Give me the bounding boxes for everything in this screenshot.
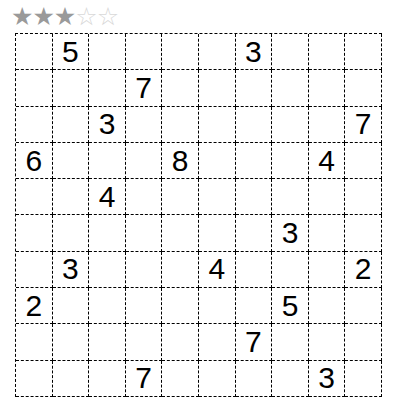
cell-r4c3[interactable] [89,143,126,179]
cell-r9c5[interactable] [162,324,199,360]
cell-r2c8[interactable] [272,70,309,106]
cell-r8c2[interactable] [53,288,90,324]
difficulty-rating: ★★★☆☆ [11,3,118,30]
cell-r3c5[interactable] [162,107,199,143]
cell-r7c9[interactable] [309,252,346,288]
cell-r3c4[interactable] [126,107,163,143]
cell-r5c3-clue: 4 [89,179,126,215]
cell-r7c3[interactable] [89,252,126,288]
cell-r1c6[interactable] [199,34,236,70]
cell-r2c10[interactable] [345,70,382,106]
cell-r5c1[interactable] [16,179,53,215]
cell-r4c7[interactable] [236,143,273,179]
cell-r8c5[interactable] [162,288,199,324]
cell-r10c9-clue: 3 [309,361,346,397]
cell-r8c8-clue: 5 [272,288,309,324]
cell-r8c7[interactable] [236,288,273,324]
cell-r5c8[interactable] [272,179,309,215]
cell-r6c3[interactable] [89,215,126,251]
cell-r8c3[interactable] [89,288,126,324]
cell-r9c4[interactable] [126,324,163,360]
cell-r2c3[interactable] [89,70,126,106]
cell-r10c4-clue: 7 [126,361,163,397]
cell-r10c8[interactable] [272,361,309,397]
cell-r9c10[interactable] [345,324,382,360]
cell-r4c9-clue: 4 [309,143,346,179]
cell-r1c3[interactable] [89,34,126,70]
cell-r5c7[interactable] [236,179,273,215]
star-filled-icon: ★ [54,2,75,30]
cell-r5c2[interactable] [53,179,90,215]
cell-r9c7-clue: 7 [236,324,273,360]
cell-r5c4[interactable] [126,179,163,215]
cell-r7c8[interactable] [272,252,309,288]
cell-r4c8[interactable] [272,143,309,179]
cell-r3c7[interactable] [236,107,273,143]
cell-r8c9[interactable] [309,288,346,324]
cell-r2c9[interactable] [309,70,346,106]
cell-r3c2[interactable] [53,107,90,143]
star-filled-icon: ★ [11,2,32,30]
cell-r7c5[interactable] [162,252,199,288]
cell-r4c6[interactable] [199,143,236,179]
cell-r9c6[interactable] [199,324,236,360]
cell-r6c6[interactable] [199,215,236,251]
cell-r3c1[interactable] [16,107,53,143]
cell-r6c4[interactable] [126,215,163,251]
cell-r1c4[interactable] [126,34,163,70]
cell-r9c8[interactable] [272,324,309,360]
cell-r1c2-clue: 5 [53,34,90,70]
cell-r3c8[interactable] [272,107,309,143]
cell-r1c10[interactable] [345,34,382,70]
cell-r6c10[interactable] [345,215,382,251]
cell-r5c10[interactable] [345,179,382,215]
cell-r1c8[interactable] [272,34,309,70]
cell-r1c1[interactable] [16,34,53,70]
cell-r4c5-clue: 8 [162,143,199,179]
cell-r1c5[interactable] [162,34,199,70]
puzzle-board: 537376844334225773 [15,33,382,397]
puzzle-page: ★★★☆☆ 537376844334225773 [0,0,394,412]
cell-r4c4[interactable] [126,143,163,179]
cell-r8c10[interactable] [345,288,382,324]
cell-r10c1[interactable] [16,361,53,397]
cell-r2c1[interactable] [16,70,53,106]
cell-r9c3[interactable] [89,324,126,360]
cell-r6c5[interactable] [162,215,199,251]
cell-r1c9[interactable] [309,34,346,70]
cell-r10c5[interactable] [162,361,199,397]
cell-r7c1[interactable] [16,252,53,288]
cell-r2c7[interactable] [236,70,273,106]
cell-r2c5[interactable] [162,70,199,106]
cell-r2c6[interactable] [199,70,236,106]
cell-r6c7[interactable] [236,215,273,251]
cell-r6c1[interactable] [16,215,53,251]
cell-r5c9[interactable] [309,179,346,215]
cell-r5c6[interactable] [199,179,236,215]
cell-r4c1-clue: 6 [16,143,53,179]
star-empty-icon: ☆ [75,2,96,30]
cell-r9c9[interactable] [309,324,346,360]
cell-r9c1[interactable] [16,324,53,360]
cell-r7c4[interactable] [126,252,163,288]
cell-r3c3-clue: 3 [89,107,126,143]
cell-r10c6[interactable] [199,361,236,397]
cell-r2c4-clue: 7 [126,70,163,106]
cell-r2c2[interactable] [53,70,90,106]
cell-r4c10[interactable] [345,143,382,179]
cell-r3c10-clue: 7 [345,107,382,143]
cell-r9c2[interactable] [53,324,90,360]
cell-r6c8-clue: 3 [272,215,309,251]
cell-r8c4[interactable] [126,288,163,324]
cell-r5c5[interactable] [162,179,199,215]
cell-r10c10[interactable] [345,361,382,397]
cell-r3c9[interactable] [309,107,346,143]
cell-r7c6-clue: 4 [199,252,236,288]
cell-r10c7[interactable] [236,361,273,397]
star-filled-icon: ★ [32,2,53,30]
cell-r3c6[interactable] [199,107,236,143]
cell-r8c1-clue: 2 [16,288,53,324]
cell-r10c3[interactable] [89,361,126,397]
cell-r8c6[interactable] [199,288,236,324]
cell-r7c10-clue: 2 [345,252,382,288]
cell-r1c7-clue: 3 [236,34,273,70]
cell-r6c9[interactable] [309,215,346,251]
star-empty-icon: ☆ [97,2,118,30]
cell-r7c2-clue: 3 [53,252,90,288]
cell-r6c2[interactable] [53,215,90,251]
cell-r10c2[interactable] [53,361,90,397]
cell-r4c2[interactable] [53,143,90,179]
cell-r7c7[interactable] [236,252,273,288]
